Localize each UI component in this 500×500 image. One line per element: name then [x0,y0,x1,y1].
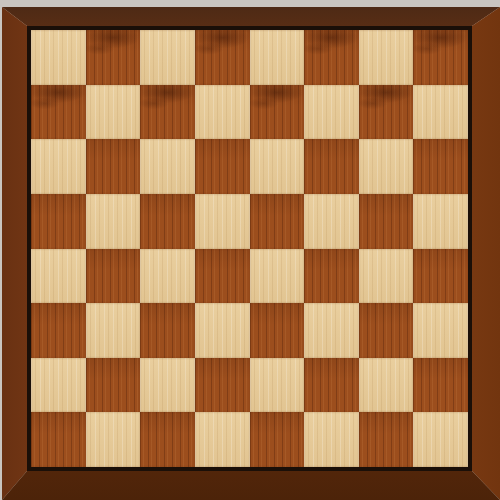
square-e3[interactable] [250,303,305,358]
square-a6[interactable] [31,139,86,194]
square-f5[interactable] [304,194,359,249]
square-h7[interactable] [413,85,468,140]
square-a4[interactable] [31,249,86,304]
square-b3[interactable] [86,303,141,358]
square-f4[interactable] [304,249,359,304]
square-d6[interactable] [195,139,250,194]
square-e7[interactable] [250,85,305,140]
square-h5[interactable] [413,194,468,249]
square-c8[interactable] [140,30,195,85]
square-f7[interactable] [304,85,359,140]
square-c7[interactable] [140,85,195,140]
board-groove [27,26,472,471]
square-a3[interactable] [31,303,86,358]
square-c2[interactable] [140,358,195,413]
square-e5[interactable] [250,194,305,249]
square-a1[interactable] [31,412,86,467]
square-e8[interactable] [250,30,305,85]
square-g2[interactable] [359,358,414,413]
square-d4[interactable] [195,249,250,304]
square-g1[interactable] [359,412,414,467]
square-g6[interactable] [359,139,414,194]
square-a2[interactable] [31,358,86,413]
square-f6[interactable] [304,139,359,194]
square-g8[interactable] [359,30,414,85]
board-grid [31,30,468,467]
square-d8[interactable] [195,30,250,85]
square-a7[interactable] [31,85,86,140]
square-c3[interactable] [140,303,195,358]
square-c4[interactable] [140,249,195,304]
square-e1[interactable] [250,412,305,467]
square-b1[interactable] [86,412,141,467]
square-b2[interactable] [86,358,141,413]
square-c6[interactable] [140,139,195,194]
square-c5[interactable] [140,194,195,249]
square-b6[interactable] [86,139,141,194]
square-h6[interactable] [413,139,468,194]
square-g3[interactable] [359,303,414,358]
square-b7[interactable] [86,85,141,140]
square-f2[interactable] [304,358,359,413]
square-g7[interactable] [359,85,414,140]
square-h2[interactable] [413,358,468,413]
square-b8[interactable] [86,30,141,85]
square-c1[interactable] [140,412,195,467]
photo-background [0,0,500,500]
square-d5[interactable] [195,194,250,249]
square-e4[interactable] [250,249,305,304]
square-g5[interactable] [359,194,414,249]
square-a5[interactable] [31,194,86,249]
square-e2[interactable] [250,358,305,413]
square-h8[interactable] [413,30,468,85]
square-h3[interactable] [413,303,468,358]
square-f3[interactable] [304,303,359,358]
square-b5[interactable] [86,194,141,249]
square-a8[interactable] [31,30,86,85]
square-b4[interactable] [86,249,141,304]
square-d7[interactable] [195,85,250,140]
square-d1[interactable] [195,412,250,467]
square-f8[interactable] [304,30,359,85]
square-f1[interactable] [304,412,359,467]
square-d3[interactable] [195,303,250,358]
square-h1[interactable] [413,412,468,467]
square-g4[interactable] [359,249,414,304]
square-d2[interactable] [195,358,250,413]
square-h4[interactable] [413,249,468,304]
chess-board [2,7,500,500]
square-e6[interactable] [250,139,305,194]
